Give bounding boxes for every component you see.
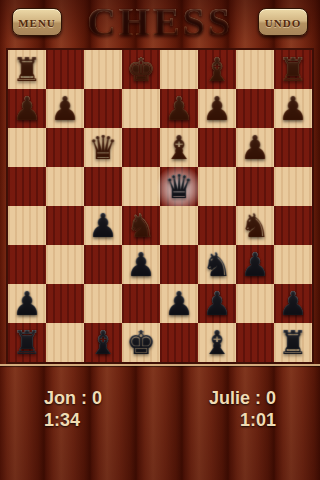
- square-e3[interactable]: [160, 245, 198, 284]
- square-c6[interactable]: ♛: [84, 128, 122, 167]
- piece-copper-knight-g4: ♞: [240, 206, 270, 245]
- square-h8[interactable]: ♜: [274, 50, 312, 89]
- piece-silver-rook-a1: ♜: [12, 323, 42, 362]
- piece-silver-knight-f3: ♞: [202, 245, 232, 284]
- square-a2[interactable]: ♟: [8, 284, 46, 323]
- board-bottom-divider: [0, 364, 320, 366]
- square-f3[interactable]: ♞: [198, 245, 236, 284]
- square-g6[interactable]: ♟: [236, 128, 274, 167]
- square-b5[interactable]: [46, 167, 84, 206]
- top-bar: CHESS MENU UNDO: [0, 0, 320, 48]
- julie-pawn-icon: ♟: [284, 393, 308, 423]
- square-f6[interactable]: [198, 128, 236, 167]
- square-f4[interactable]: [198, 206, 236, 245]
- square-d2[interactable]: [122, 284, 160, 323]
- square-c2[interactable]: [84, 284, 122, 323]
- square-e8[interactable]: [160, 50, 198, 89]
- square-d8[interactable]: ♚: [122, 50, 160, 89]
- square-e7[interactable]: ♟: [160, 89, 198, 128]
- square-c8[interactable]: [84, 50, 122, 89]
- square-e4[interactable]: [160, 206, 198, 245]
- piece-silver-pawn-c4: ♟: [88, 206, 118, 245]
- square-a6[interactable]: [8, 128, 46, 167]
- players-bar: ♟ Jon : 0 1:34 Julie : 0 1:01 ♟: [0, 386, 320, 434]
- piece-copper-king-d8: ♚: [126, 50, 156, 89]
- piece-copper-rook-a8: ♜: [12, 50, 42, 89]
- square-h6[interactable]: [274, 128, 312, 167]
- piece-copper-bishop-f8: ♝: [202, 50, 232, 89]
- square-g4[interactable]: ♞: [236, 206, 274, 245]
- square-f5[interactable]: [198, 167, 236, 206]
- square-g1[interactable]: [236, 323, 274, 362]
- square-e2[interactable]: ♟: [160, 284, 198, 323]
- julie-score: Julie : 0: [209, 388, 276, 408]
- square-h5[interactable]: [274, 167, 312, 206]
- square-d1[interactable]: ♚: [122, 323, 160, 362]
- square-g2[interactable]: [236, 284, 274, 323]
- square-a4[interactable]: [8, 206, 46, 245]
- square-h4[interactable]: [274, 206, 312, 245]
- square-a7[interactable]: ♟: [8, 89, 46, 128]
- piece-silver-pawn-g3: ♟: [240, 245, 270, 284]
- square-d7[interactable]: [122, 89, 160, 128]
- square-f8[interactable]: ♝: [198, 50, 236, 89]
- piece-silver-bishop-c1: ♝: [88, 323, 118, 362]
- piece-copper-pawn-g6: ♟: [240, 128, 270, 167]
- piece-silver-pawn-h2: ♟: [278, 284, 308, 323]
- square-b6[interactable]: [46, 128, 84, 167]
- square-a5[interactable]: [8, 167, 46, 206]
- square-h7[interactable]: ♟: [274, 89, 312, 128]
- square-d6[interactable]: [122, 128, 160, 167]
- jon-score: Jon : 0: [44, 388, 102, 408]
- square-a8[interactable]: ♜: [8, 50, 46, 89]
- square-c3[interactable]: [84, 245, 122, 284]
- piece-copper-rook-h8: ♜: [278, 50, 308, 89]
- piece-copper-pawn-e7: ♟: [164, 89, 194, 128]
- square-h2[interactable]: ♟: [274, 284, 312, 323]
- square-c1[interactable]: ♝: [84, 323, 122, 362]
- square-c7[interactable]: [84, 89, 122, 128]
- piece-copper-pawn-a7: ♟: [12, 89, 42, 128]
- piece-silver-queen-e5: ♛: [164, 167, 194, 206]
- square-b2[interactable]: [46, 284, 84, 323]
- jon-info: Jon : 0 1:34: [44, 388, 102, 430]
- square-e6[interactable]: ♝: [160, 128, 198, 167]
- jon-clock: 1:34: [44, 410, 102, 430]
- square-h3[interactable]: [274, 245, 312, 284]
- square-d5[interactable]: [122, 167, 160, 206]
- piece-copper-queen-c6: ♛: [88, 128, 118, 167]
- square-d3[interactable]: ♟: [122, 245, 160, 284]
- piece-silver-bishop-f1: ♝: [202, 323, 232, 362]
- square-g3[interactable]: ♟: [236, 245, 274, 284]
- piece-copper-bishop-e6: ♝: [164, 128, 194, 167]
- chess-board: ♜♚♝♜♟♟♟♟♟♛♝♟♛♟♞♞♟♞♟♟♟♟♟♜♝♚♝♜: [8, 50, 312, 362]
- square-b7[interactable]: ♟: [46, 89, 84, 128]
- julie-info: Julie : 0 1:01: [209, 388, 276, 430]
- square-e1[interactable]: [160, 323, 198, 362]
- square-a3[interactable]: [8, 245, 46, 284]
- julie-clock: 1:01: [209, 410, 276, 430]
- square-g5[interactable]: [236, 167, 274, 206]
- square-c4[interactable]: ♟: [84, 206, 122, 245]
- piece-silver-pawn-f2: ♟: [202, 284, 232, 323]
- piece-silver-pawn-e2: ♟: [164, 284, 194, 323]
- piece-silver-pawn-d3: ♟: [126, 245, 156, 284]
- square-b1[interactable]: [46, 323, 84, 362]
- square-b8[interactable]: [46, 50, 84, 89]
- square-f7[interactable]: ♟: [198, 89, 236, 128]
- square-g8[interactable]: [236, 50, 274, 89]
- piece-silver-rook-h1: ♜: [278, 323, 308, 362]
- square-g7[interactable]: [236, 89, 274, 128]
- piece-silver-king-d1: ♚: [126, 323, 156, 362]
- square-b4[interactable]: [46, 206, 84, 245]
- square-e5[interactable]: ♛: [160, 167, 198, 206]
- square-a1[interactable]: ♜: [8, 323, 46, 362]
- square-c5[interactable]: [84, 167, 122, 206]
- square-d4[interactable]: ♞: [122, 206, 160, 245]
- piece-copper-pawn-b7: ♟: [50, 89, 80, 128]
- square-h1[interactable]: ♜: [274, 323, 312, 362]
- undo-button[interactable]: UNDO: [258, 8, 308, 36]
- piece-silver-pawn-a2: ♟: [12, 284, 42, 323]
- piece-copper-pawn-h7: ♟: [278, 89, 308, 128]
- piece-copper-pawn-f7: ♟: [202, 89, 232, 128]
- menu-button[interactable]: MENU: [12, 8, 62, 36]
- piece-copper-knight-d4: ♞: [126, 206, 156, 245]
- square-b3[interactable]: [46, 245, 84, 284]
- square-f2[interactable]: ♟: [198, 284, 236, 323]
- jon-pawn-icon: ♟: [10, 393, 34, 423]
- square-f1[interactable]: ♝: [198, 323, 236, 362]
